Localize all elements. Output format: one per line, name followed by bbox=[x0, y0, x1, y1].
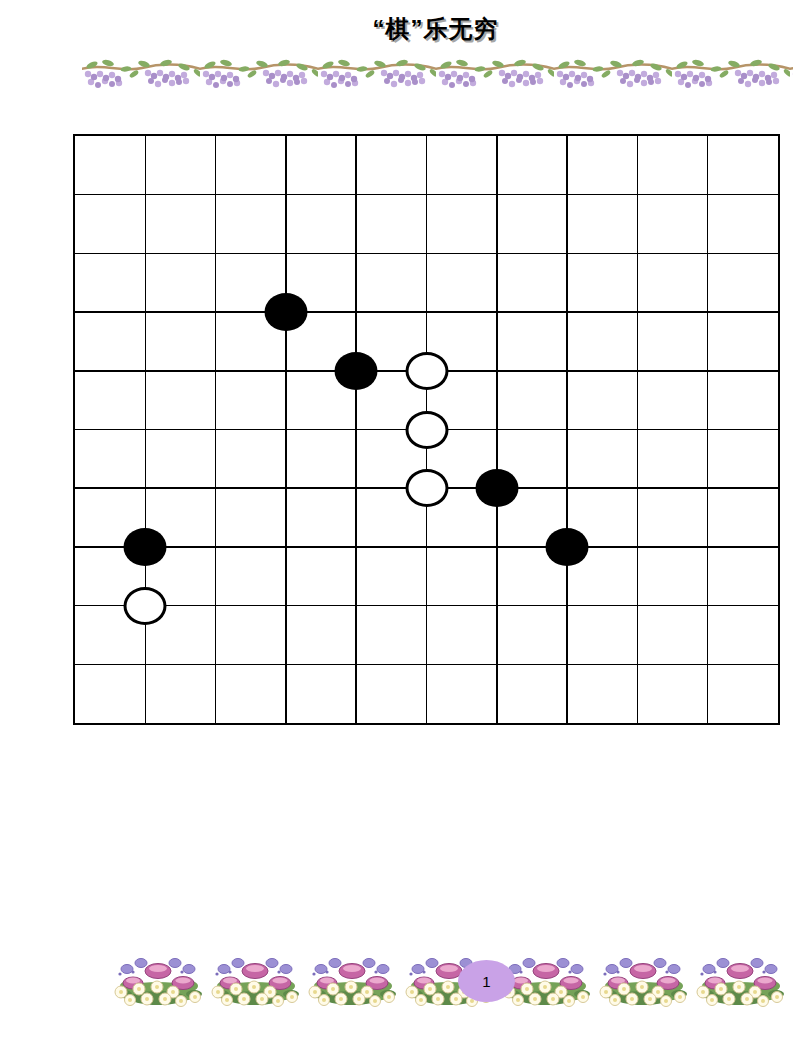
gomoku-board bbox=[73, 134, 780, 725]
worksheet-page: “棋”乐无穷 bbox=[0, 0, 793, 1058]
flower-bouquet-border bbox=[110, 956, 793, 1008]
stone-black bbox=[124, 528, 167, 566]
page-number: 1 bbox=[482, 973, 490, 990]
grid-line-vertical bbox=[707, 136, 709, 723]
stone-black bbox=[475, 469, 518, 507]
stone-white bbox=[405, 352, 448, 390]
grid-line-vertical bbox=[496, 136, 498, 723]
stone-white bbox=[124, 587, 167, 625]
stone-black bbox=[264, 293, 307, 331]
stone-black bbox=[546, 528, 589, 566]
stone-white bbox=[405, 411, 448, 449]
grid-line-vertical bbox=[637, 136, 639, 723]
grid-line-horizontal bbox=[75, 546, 778, 548]
stone-white bbox=[405, 469, 448, 507]
grid-line-horizontal bbox=[75, 605, 778, 607]
page-number-badge: 1 bbox=[458, 960, 515, 1002]
wisteria-garland-border bbox=[82, 59, 793, 91]
grid-line-horizontal bbox=[75, 664, 778, 666]
stone-black bbox=[335, 352, 378, 390]
page-title: “棋”乐无穷 bbox=[0, 13, 793, 45]
grid-line-vertical bbox=[566, 136, 568, 723]
